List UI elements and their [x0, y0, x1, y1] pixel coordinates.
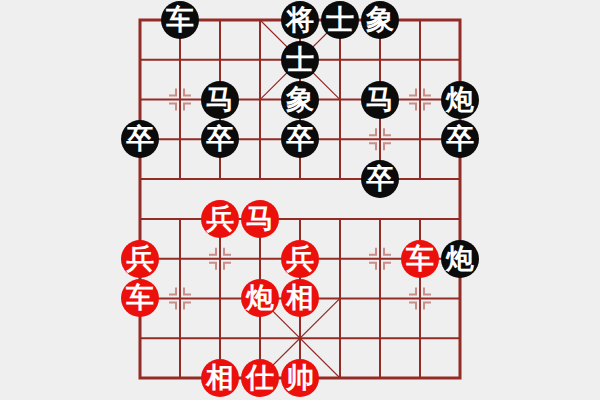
intersection-5-1[interactable]: [320, 40, 360, 80]
intersection-2-1[interactable]: [200, 40, 240, 80]
intersection-8-8[interactable]: [440, 318, 480, 358]
intersection-8-7[interactable]: [440, 278, 480, 318]
intersection-5-5[interactable]: [320, 199, 360, 239]
intersection-3-1[interactable]: [240, 40, 280, 80]
piece-black-pawn[interactable]: 卒: [361, 160, 399, 198]
intersection-1-3[interactable]: [160, 119, 200, 159]
piece-black-elephant[interactable]: 象: [281, 81, 319, 119]
intersection-2-0[interactable]: [200, 0, 240, 40]
intersection-8-0[interactable]: [440, 0, 480, 40]
piece-black-cannon[interactable]: 炮: [441, 240, 479, 278]
piece-red-pawn[interactable]: 兵: [281, 240, 319, 278]
intersection-2-7[interactable]: [200, 278, 240, 318]
piece-red-general[interactable]: 帅: [281, 359, 319, 397]
intersection-6-9[interactable]: [360, 358, 400, 398]
intersection-2-8[interactable]: [200, 318, 240, 358]
intersection-6-7[interactable]: [360, 278, 400, 318]
intersection-8-5[interactable]: [440, 199, 480, 239]
intersection-3-0[interactable]: [240, 0, 280, 40]
intersection-5-7[interactable]: [320, 278, 360, 318]
intersection-6-1[interactable]: [360, 40, 400, 80]
piece-red-horse[interactable]: 马: [241, 200, 279, 238]
intersection-7-1[interactable]: [400, 40, 440, 80]
piece-black-pawn[interactable]: 卒: [281, 120, 319, 158]
intersection-0-0[interactable]: [120, 0, 160, 40]
piece-black-horse[interactable]: 马: [201, 81, 239, 119]
intersection-3-6[interactable]: [240, 239, 280, 279]
intersection-5-9[interactable]: [320, 358, 360, 398]
piece-black-general[interactable]: 将: [281, 1, 319, 39]
intersection-4-8[interactable]: [280, 318, 320, 358]
piece-black-advisor[interactable]: 士: [281, 41, 319, 79]
intersection-0-9[interactable]: [120, 358, 160, 398]
intersection-5-2[interactable]: [320, 80, 360, 120]
intersection-1-9[interactable]: [160, 358, 200, 398]
intersection-6-5[interactable]: [360, 199, 400, 239]
intersection-6-6[interactable]: [360, 239, 400, 279]
intersection-7-4[interactable]: [400, 159, 440, 199]
intersection-5-4[interactable]: [320, 159, 360, 199]
intersection-3-4[interactable]: [240, 159, 280, 199]
piece-red-cannon[interactable]: 炮: [241, 279, 279, 317]
intersection-8-1[interactable]: [440, 40, 480, 80]
intersection-0-2[interactable]: [120, 80, 160, 120]
intersection-4-4[interactable]: [280, 159, 320, 199]
intersection-7-8[interactable]: [400, 318, 440, 358]
piece-red-chariot[interactable]: 车: [401, 240, 439, 278]
intersection-6-3[interactable]: [360, 119, 400, 159]
intersection-4-5[interactable]: [280, 199, 320, 239]
intersection-3-3[interactable]: [240, 119, 280, 159]
intersection-7-5[interactable]: [400, 199, 440, 239]
intersection-1-7[interactable]: [160, 278, 200, 318]
piece-black-elephant[interactable]: 象: [361, 1, 399, 39]
intersection-7-9[interactable]: [400, 358, 440, 398]
piece-black-pawn[interactable]: 卒: [121, 120, 159, 158]
intersection-7-7[interactable]: [400, 278, 440, 318]
intersection-7-2[interactable]: [400, 80, 440, 120]
intersection-1-1[interactable]: [160, 40, 200, 80]
intersection-2-4[interactable]: [200, 159, 240, 199]
intersection-5-6[interactable]: [320, 239, 360, 279]
intersection-0-8[interactable]: [120, 318, 160, 358]
intersection-5-3[interactable]: [320, 119, 360, 159]
piece-red-elephant[interactable]: 相: [281, 279, 319, 317]
intersection-1-2[interactable]: [160, 80, 200, 120]
piece-red-elephant[interactable]: 相: [201, 359, 239, 397]
intersection-2-6[interactable]: [200, 239, 240, 279]
intersection-0-1[interactable]: [120, 40, 160, 80]
piece-red-pawn[interactable]: 兵: [121, 240, 159, 278]
piece-black-cannon[interactable]: 炮: [441, 81, 479, 119]
intersection-1-5[interactable]: [160, 199, 200, 239]
intersection-7-0[interactable]: [400, 0, 440, 40]
intersection-1-8[interactable]: [160, 318, 200, 358]
piece-black-advisor[interactable]: 士: [321, 1, 359, 39]
intersection-7-3[interactable]: [400, 119, 440, 159]
piece-black-horse[interactable]: 马: [361, 81, 399, 119]
intersection-0-4[interactable]: [120, 159, 160, 199]
piece-black-pawn[interactable]: 卒: [201, 120, 239, 158]
piece-red-pawn[interactable]: 兵: [201, 200, 239, 238]
piece-black-pawn[interactable]: 卒: [441, 120, 479, 158]
intersection-8-4[interactable]: [440, 159, 480, 199]
intersection-8-9[interactable]: [440, 358, 480, 398]
intersection-1-4[interactable]: [160, 159, 200, 199]
piece-red-chariot[interactable]: 车: [121, 279, 159, 317]
intersection-3-8[interactable]: [240, 318, 280, 358]
intersection-3-2[interactable]: [240, 80, 280, 120]
intersection-0-5[interactable]: [120, 199, 160, 239]
intersection-1-6[interactable]: [160, 239, 200, 279]
piece-red-advisor[interactable]: 仕: [241, 359, 279, 397]
xiangqi-board[interactable]: 车将士象士马象马炮卒卒卒卒卒炮兵马兵兵车车炮相相仕帅: [0, 0, 600, 400]
screen: 车将士象士马象马炮卒卒卒卒卒炮兵马兵兵车车炮相相仕帅: [0, 0, 600, 400]
piece-black-chariot[interactable]: 车: [161, 1, 199, 39]
intersection-6-8[interactable]: [360, 318, 400, 358]
intersection-5-8[interactable]: [320, 318, 360, 358]
